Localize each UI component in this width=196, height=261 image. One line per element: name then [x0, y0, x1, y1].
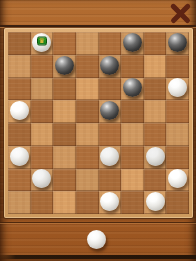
square-r8c3[interactable]: [53, 191, 76, 214]
white-king-piece[interactable]: ♛: [32, 33, 51, 52]
square-r7c8[interactable]: [166, 169, 189, 192]
square-r6c5[interactable]: [99, 146, 122, 169]
white-piece[interactable]: [32, 169, 51, 188]
square-r8c7[interactable]: [144, 191, 167, 214]
square-r7c5[interactable]: [99, 169, 122, 192]
square-r8c6[interactable]: [121, 191, 144, 214]
crown-icon: ♛: [39, 38, 45, 45]
close-button[interactable]: [169, 2, 192, 25]
square-r2c5[interactable]: [99, 55, 122, 78]
square-r6c7[interactable]: [144, 146, 167, 169]
king-crown-badge: ♛: [37, 37, 47, 46]
square-r6c6[interactable]: [121, 146, 144, 169]
square-r3c3[interactable]: [53, 78, 76, 101]
square-r4c5[interactable]: [99, 100, 122, 123]
square-r4c8[interactable]: [166, 100, 189, 123]
white-piece[interactable]: [168, 169, 187, 188]
square-r5c8[interactable]: [166, 123, 189, 146]
square-r8c2[interactable]: [31, 191, 54, 214]
square-r2c3[interactable]: [53, 55, 76, 78]
checkers-board: ♛: [4, 28, 193, 218]
square-r3c4[interactable]: [76, 78, 99, 101]
black-piece[interactable]: [100, 101, 119, 120]
square-r4c3[interactable]: [53, 100, 76, 123]
black-piece[interactable]: [168, 33, 187, 52]
black-piece[interactable]: [55, 56, 74, 75]
white-piece[interactable]: [146, 147, 165, 166]
square-r1c1[interactable]: [8, 32, 31, 55]
app-screen: ♛: [0, 0, 196, 261]
square-r2c2[interactable]: [31, 55, 54, 78]
square-r7c6[interactable]: [121, 169, 144, 192]
square-r4c1[interactable]: [8, 100, 31, 123]
square-r1c7[interactable]: [144, 32, 167, 55]
square-r3c7[interactable]: [144, 78, 167, 101]
square-r6c4[interactable]: [76, 146, 99, 169]
square-r8c5[interactable]: [99, 191, 122, 214]
square-r2c7[interactable]: [144, 55, 167, 78]
board-grid: ♛: [8, 32, 189, 214]
square-r3c6[interactable]: [121, 78, 144, 101]
black-piece[interactable]: [123, 33, 142, 52]
square-r4c2[interactable]: [31, 100, 54, 123]
square-r4c6[interactable]: [121, 100, 144, 123]
white-piece[interactable]: [10, 147, 29, 166]
square-r1c3[interactable]: [53, 32, 76, 55]
square-r5c3[interactable]: [53, 123, 76, 146]
square-r3c1[interactable]: [8, 78, 31, 101]
square-r2c8[interactable]: [166, 55, 189, 78]
square-r4c7[interactable]: [144, 100, 167, 123]
square-r3c8[interactable]: [166, 78, 189, 101]
square-r7c3[interactable]: [53, 169, 76, 192]
square-r5c5[interactable]: [99, 123, 122, 146]
square-r1c4[interactable]: [76, 32, 99, 55]
square-r1c6[interactable]: [121, 32, 144, 55]
square-r8c1[interactable]: [8, 191, 31, 214]
square-r1c5[interactable]: [99, 32, 122, 55]
square-r5c7[interactable]: [144, 123, 167, 146]
square-r2c6[interactable]: [121, 55, 144, 78]
square-r8c4[interactable]: [76, 191, 99, 214]
tray-white-piece[interactable]: [87, 230, 106, 249]
bottom-wood-groove: [0, 222, 196, 223]
white-piece[interactable]: [10, 101, 29, 120]
white-piece[interactable]: [168, 78, 187, 97]
square-r1c2[interactable]: ♛: [31, 32, 54, 55]
square-r6c3[interactable]: [53, 146, 76, 169]
top-wood-groove: [0, 25, 196, 27]
white-piece[interactable]: [100, 192, 119, 211]
black-piece[interactable]: [123, 78, 142, 97]
square-r5c4[interactable]: [76, 123, 99, 146]
square-r1c8[interactable]: [166, 32, 189, 55]
square-r7c1[interactable]: [8, 169, 31, 192]
bottom-shadow-band: [0, 255, 196, 259]
white-piece[interactable]: [146, 192, 165, 211]
square-r7c7[interactable]: [144, 169, 167, 192]
square-r6c8[interactable]: [166, 146, 189, 169]
square-r5c1[interactable]: [8, 123, 31, 146]
square-r3c2[interactable]: [31, 78, 54, 101]
square-r3c5[interactable]: [99, 78, 122, 101]
square-r7c4[interactable]: [76, 169, 99, 192]
square-r7c2[interactable]: [31, 169, 54, 192]
square-r5c2[interactable]: [31, 123, 54, 146]
square-r5c6[interactable]: [121, 123, 144, 146]
black-piece[interactable]: [100, 56, 119, 75]
square-r8c8[interactable]: [166, 191, 189, 214]
square-r2c1[interactable]: [8, 55, 31, 78]
square-r6c1[interactable]: [8, 146, 31, 169]
white-piece[interactable]: [100, 147, 119, 166]
square-r2c4[interactable]: [76, 55, 99, 78]
square-r4c4[interactable]: [76, 100, 99, 123]
square-r6c2[interactable]: [31, 146, 54, 169]
